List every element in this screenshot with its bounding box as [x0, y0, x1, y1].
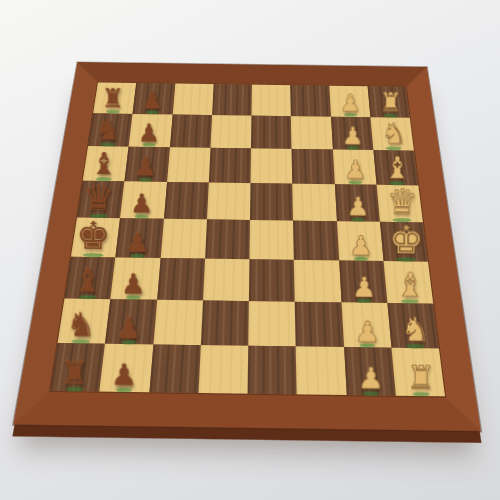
black-rook: ♜: [60, 357, 89, 392]
board-grid: ♜♟♟♜♞♟♟♞♝♟♟♝♛♟♟♛♚♟♟♚♝♟♟♝♞♟♟♞♜♟♟♜: [49, 82, 446, 398]
white-knight: ♞: [400, 313, 430, 349]
white-pawn: ♟: [352, 273, 377, 303]
square-r2c5: [251, 116, 292, 149]
white-pawn: ♟: [347, 193, 371, 221]
black-pawn: ♟: [142, 88, 164, 114]
square-r8c6: [296, 346, 346, 395]
square-r3c4: [209, 148, 251, 183]
square-r5c6: [293, 221, 338, 261]
square-r6c6: [294, 260, 341, 303]
square-r7c4: [201, 300, 249, 345]
square-r6c2: ♟: [111, 257, 161, 299]
square-r6c5: [249, 259, 295, 301]
square-r6c4: [203, 259, 250, 301]
black-queen: ♛: [83, 181, 115, 218]
white-pawn: ♟: [358, 364, 385, 396]
white-pawn: ♟: [344, 157, 367, 185]
perspective-scene: ♜♟♟♜♞♟♟♞♝♟♟♝♛♟♟♛♚♟♟♚♝♟♟♝♞♟♟♞♜♟♟♜: [47, 30, 452, 410]
square-r4c6: [292, 184, 336, 222]
square-r4c3: [164, 182, 209, 219]
square-r2c8: ♞: [370, 117, 414, 150]
square-r6c7: ♟: [339, 260, 387, 303]
white-rook: ♜: [379, 90, 402, 118]
black-bishop: ♝: [90, 149, 117, 181]
square-r4c5: [250, 183, 293, 221]
square-r3c3: [167, 147, 211, 182]
square-r5c7: ♟: [336, 221, 383, 261]
square-r4c8: ♛: [376, 185, 423, 223]
white-king: ♚: [389, 221, 424, 262]
square-r5c2: ♟: [116, 218, 164, 258]
square-r4c2: ♟: [120, 181, 166, 218]
black-bishop: ♝: [72, 264, 102, 300]
black-pawn: ♟: [126, 229, 150, 258]
square-r7c6: [295, 302, 344, 347]
square-r8c5: [248, 346, 297, 395]
square-r1c5: [251, 85, 291, 117]
square-r4c7: ♟: [334, 184, 379, 222]
square-r3c2: ♟: [125, 147, 170, 182]
square-r8c4: [198, 345, 248, 394]
square-r3c5: [251, 148, 293, 183]
square-r8c8: ♜: [391, 348, 445, 397]
square-r7c3: [153, 300, 203, 345]
black-pawn: ♟: [121, 270, 146, 300]
square-r1c8: ♜: [367, 86, 409, 118]
square-r1c7: ♟: [329, 86, 370, 118]
white-bishop: ♝: [396, 268, 426, 304]
square-r1c2: ♟: [133, 83, 175, 114]
square-r7c8: ♞: [387, 303, 439, 348]
square-r7c7: ♟: [341, 302, 391, 347]
black-pawn: ♟: [130, 190, 154, 218]
square-r6c1: ♝: [64, 257, 115, 299]
white-knight: ♞: [381, 120, 407, 151]
square-r2c4: [210, 115, 251, 148]
black-pawn: ♟: [116, 313, 142, 344]
black-knight: ♞: [66, 308, 96, 344]
white-bishop: ♝: [384, 153, 411, 185]
square-r5c4: [205, 219, 250, 259]
square-r1c1: ♜: [93, 82, 136, 113]
square-r8c1: ♜: [50, 343, 105, 391]
square-r2c3: [170, 114, 212, 147]
photo-background: ♜♟♟♜♞♟♟♞♝♟♟♝♛♟♟♛♚♟♟♚♝♟♟♝♞♟♟♞♜♟♟♜: [0, 0, 500, 500]
square-r8c2: ♟: [100, 344, 153, 392]
white-pawn: ♟: [340, 91, 362, 117]
square-r5c3: [160, 219, 207, 259]
square-r2c7: ♟: [331, 117, 374, 150]
board-tilt-wrapper: ♜♟♟♜♞♟♟♞♝♟♟♝♛♟♟♛♚♟♟♚♝♟♟♝♞♟♟♞♜♟♟♜: [47, 30, 452, 410]
black-pawn: ♟: [134, 154, 157, 182]
square-r6c8: ♝: [383, 261, 433, 304]
square-r3c7: ♟: [332, 149, 376, 184]
square-r1c4: [212, 84, 252, 116]
square-r7c2: ♟: [105, 299, 156, 344]
square-r7c5: [248, 301, 296, 346]
square-r8c7: ♟: [344, 347, 396, 396]
square-r1c6: [290, 85, 330, 117]
square-r6c3: [157, 258, 205, 300]
square-r2c6: [291, 116, 332, 149]
square-r5c1: ♚: [71, 218, 120, 258]
square-r5c5: [249, 220, 294, 260]
square-r4c1: ♛: [77, 181, 125, 218]
black-knight: ♞: [96, 116, 122, 147]
white-pawn: ♟: [349, 232, 373, 261]
square-r5c8: ♚: [380, 222, 428, 262]
black-pawn: ♟: [111, 360, 138, 392]
white-queen: ♛: [386, 185, 418, 222]
white-pawn: ♟: [355, 317, 381, 348]
square-r4c4: [207, 183, 251, 220]
square-r7c1: ♞: [58, 299, 111, 344]
square-r3c1: ♝: [83, 146, 129, 181]
square-r3c6: [292, 149, 335, 184]
square-r1c3: [172, 84, 213, 116]
black-rook: ♜: [101, 86, 124, 114]
square-r8c3: [149, 344, 201, 392]
black-pawn: ♟: [138, 120, 160, 147]
square-r3c8: ♝: [373, 150, 418, 185]
black-king: ♚: [76, 217, 111, 258]
square-r2c2: ♟: [129, 114, 172, 147]
white-pawn: ♟: [342, 123, 364, 150]
square-r2c1: ♞: [88, 113, 133, 146]
chess-board: ♜♟♟♜♞♟♟♞♝♟♟♝♛♟♟♛♚♟♟♚♝♟♟♝♞♟♟♞♜♟♟♜: [13, 62, 480, 431]
white-rook: ♜: [406, 362, 435, 397]
